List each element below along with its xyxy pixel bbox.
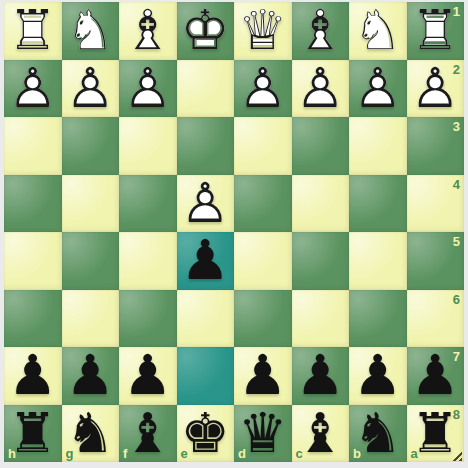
square-h3[interactable]: [4, 117, 62, 175]
square-d1[interactable]: ♛♕: [234, 2, 292, 60]
square-g8[interactable]: g♞: [62, 405, 120, 463]
square-g6[interactable]: [62, 290, 120, 348]
white-rook[interactable]: ♜♖: [407, 2, 465, 60]
square-b3[interactable]: [349, 117, 407, 175]
square-d5[interactable]: [234, 232, 292, 290]
black-rook[interactable]: ♜: [4, 405, 62, 463]
white-pawn[interactable]: ♟♙: [349, 60, 407, 118]
black-pawn[interactable]: ♟: [4, 347, 62, 405]
square-c2[interactable]: ♟♙: [292, 60, 350, 118]
square-h5[interactable]: [4, 232, 62, 290]
board-grid: ♜♖♞♘♝♗♚♔♛♕♝♗♞♘1♜♖♟♙♟♙♟♙♟♙♟♙♟♙2♟♙3♟♙4♟56♟…: [4, 2, 464, 462]
square-f6[interactable]: [119, 290, 177, 348]
square-e5[interactable]: ♟: [177, 232, 235, 290]
square-f3[interactable]: [119, 117, 177, 175]
black-bishop[interactable]: ♝: [292, 405, 350, 463]
square-g5[interactable]: [62, 232, 120, 290]
square-h2[interactable]: ♟♙: [4, 60, 62, 118]
square-b4[interactable]: [349, 175, 407, 233]
rank-label-3: 3: [453, 120, 460, 133]
square-f4[interactable]: [119, 175, 177, 233]
rank-label-4: 4: [453, 178, 460, 191]
square-e8[interactable]: e♚: [177, 405, 235, 463]
square-g1[interactable]: ♞♘: [62, 2, 120, 60]
square-a1[interactable]: 1♜♖: [407, 2, 465, 60]
square-a3[interactable]: 3: [407, 117, 465, 175]
black-pawn[interactable]: ♟: [349, 347, 407, 405]
black-pawn[interactable]: ♟: [177, 232, 235, 290]
square-a5[interactable]: 5: [407, 232, 465, 290]
square-g7[interactable]: ♟: [62, 347, 120, 405]
square-b7[interactable]: ♟: [349, 347, 407, 405]
white-queen[interactable]: ♛♕: [234, 2, 292, 60]
square-h7[interactable]: ♟: [4, 347, 62, 405]
square-e4[interactable]: ♟♙: [177, 175, 235, 233]
square-e3[interactable]: [177, 117, 235, 175]
square-d4[interactable]: [234, 175, 292, 233]
white-king[interactable]: ♚♔: [177, 2, 235, 60]
black-pawn[interactable]: ♟: [234, 347, 292, 405]
square-b1[interactable]: ♞♘: [349, 2, 407, 60]
black-pawn[interactable]: ♟: [292, 347, 350, 405]
square-a7[interactable]: 7♟: [407, 347, 465, 405]
square-e6[interactable]: [177, 290, 235, 348]
square-d7[interactable]: ♟: [234, 347, 292, 405]
black-king[interactable]: ♚: [177, 405, 235, 463]
square-d2[interactable]: ♟♙: [234, 60, 292, 118]
square-d6[interactable]: [234, 290, 292, 348]
white-pawn[interactable]: ♟♙: [292, 60, 350, 118]
square-f7[interactable]: ♟: [119, 347, 177, 405]
black-pawn[interactable]: ♟: [407, 347, 465, 405]
white-rook[interactable]: ♜♖: [4, 2, 62, 60]
black-knight[interactable]: ♞: [349, 405, 407, 463]
white-knight[interactable]: ♞♘: [62, 2, 120, 60]
square-c1[interactable]: ♝♗: [292, 2, 350, 60]
square-f8[interactable]: f♝: [119, 405, 177, 463]
square-f5[interactable]: [119, 232, 177, 290]
square-c5[interactable]: [292, 232, 350, 290]
white-bishop[interactable]: ♝♗: [292, 2, 350, 60]
black-pawn[interactable]: ♟: [119, 347, 177, 405]
white-pawn[interactable]: ♟♙: [234, 60, 292, 118]
square-g2[interactable]: ♟♙: [62, 60, 120, 118]
rank-label-5: 5: [453, 235, 460, 248]
square-h4[interactable]: [4, 175, 62, 233]
white-pawn[interactable]: ♟♙: [62, 60, 120, 118]
square-c4[interactable]: [292, 175, 350, 233]
square-h6[interactable]: [4, 290, 62, 348]
black-rook[interactable]: ♜: [407, 405, 465, 463]
black-queen[interactable]: ♛: [234, 405, 292, 463]
white-pawn[interactable]: ♟♙: [119, 60, 177, 118]
white-pawn[interactable]: ♟♙: [4, 60, 62, 118]
black-bishop[interactable]: ♝: [119, 405, 177, 463]
white-pawn[interactable]: ♟♙: [177, 175, 235, 233]
square-a6[interactable]: 6: [407, 290, 465, 348]
square-a8[interactable]: 8a♜: [407, 405, 465, 463]
white-pawn[interactable]: ♟♙: [407, 60, 465, 118]
black-knight[interactable]: ♞: [62, 405, 120, 463]
square-d8[interactable]: d♛: [234, 405, 292, 463]
square-e1[interactable]: ♚♔: [177, 2, 235, 60]
square-c6[interactable]: [292, 290, 350, 348]
square-h1[interactable]: ♜♖: [4, 2, 62, 60]
square-b2[interactable]: ♟♙: [349, 60, 407, 118]
square-g4[interactable]: [62, 175, 120, 233]
square-b8[interactable]: b♞: [349, 405, 407, 463]
white-bishop[interactable]: ♝♗: [119, 2, 177, 60]
square-f2[interactable]: ♟♙: [119, 60, 177, 118]
square-c7[interactable]: ♟: [292, 347, 350, 405]
white-knight[interactable]: ♞♘: [349, 2, 407, 60]
rank-label-6: 6: [453, 293, 460, 306]
square-f1[interactable]: ♝♗: [119, 2, 177, 60]
square-h8[interactable]: h♜: [4, 405, 62, 463]
square-d3[interactable]: [234, 117, 292, 175]
chess-board: ♜♖♞♘♝♗♚♔♛♕♝♗♞♘1♜♖♟♙♟♙♟♙♟♙♟♙♟♙2♟♙3♟♙4♟56♟…: [4, 2, 464, 462]
square-e7[interactable]: [177, 347, 235, 405]
square-c8[interactable]: c♝: [292, 405, 350, 463]
square-e2[interactable]: [177, 60, 235, 118]
square-g3[interactable]: [62, 117, 120, 175]
black-pawn[interactable]: ♟: [62, 347, 120, 405]
square-b6[interactable]: [349, 290, 407, 348]
square-b5[interactable]: [349, 232, 407, 290]
square-a2[interactable]: 2♟♙: [407, 60, 465, 118]
square-c3[interactable]: [292, 117, 350, 175]
square-a4[interactable]: 4: [407, 175, 465, 233]
